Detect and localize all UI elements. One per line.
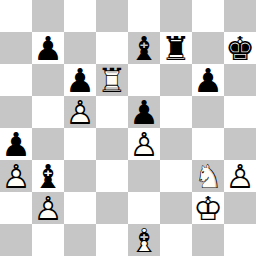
square-a8[interactable]	[0, 0, 32, 32]
piece-white-pawn-c5[interactable]: ♙	[64, 96, 96, 128]
piece-black-rook-f7[interactable]: ♜	[160, 32, 192, 64]
white-pawn-a3-body: ♟	[0, 160, 32, 192]
square-f7[interactable]: ♜	[160, 32, 192, 64]
white-pawn-h3-body: ♟	[224, 160, 256, 192]
square-c1[interactable]	[64, 224, 96, 256]
square-a3[interactable]: ♟♙	[0, 160, 32, 192]
square-e2[interactable]	[128, 192, 160, 224]
square-d3[interactable]	[96, 160, 128, 192]
square-b7[interactable]: ♟	[32, 32, 64, 64]
square-h5[interactable]	[224, 96, 256, 128]
square-g3[interactable]: ♞♘	[192, 160, 224, 192]
white-pawn-b2-body: ♟	[32, 192, 64, 224]
square-b6[interactable]	[32, 64, 64, 96]
square-a4[interactable]: ♟	[0, 128, 32, 160]
square-e7[interactable]: ♝	[128, 32, 160, 64]
piece-white-rook-d6[interactable]: ♖	[96, 64, 128, 96]
piece-white-pawn-h3[interactable]: ♙	[224, 160, 256, 192]
square-d6[interactable]: ♜♖	[96, 64, 128, 96]
square-g1[interactable]	[192, 224, 224, 256]
square-f8[interactable]	[160, 0, 192, 32]
white-pawn-e4-body: ♟	[128, 128, 160, 160]
square-h8[interactable]	[224, 0, 256, 32]
piece-black-pawn-c6[interactable]: ♟	[64, 64, 96, 96]
square-f6[interactable]	[160, 64, 192, 96]
white-king-g2-body: ♚	[192, 192, 224, 224]
square-e8[interactable]	[128, 0, 160, 32]
square-c5[interactable]: ♟♙	[64, 96, 96, 128]
square-e6[interactable]	[128, 64, 160, 96]
square-g5[interactable]	[192, 96, 224, 128]
square-b4[interactable]	[32, 128, 64, 160]
white-rook-d6-body: ♜	[96, 64, 128, 96]
square-a6[interactable]	[0, 64, 32, 96]
square-f4[interactable]	[160, 128, 192, 160]
square-g8[interactable]	[192, 0, 224, 32]
square-c2[interactable]	[64, 192, 96, 224]
square-e4[interactable]: ♟♙	[128, 128, 160, 160]
square-b8[interactable]	[32, 0, 64, 32]
white-knight-g3-body: ♞	[192, 160, 224, 192]
piece-black-pawn-a4[interactable]: ♟	[0, 128, 32, 160]
square-e5[interactable]: ♟	[128, 96, 160, 128]
square-d7[interactable]	[96, 32, 128, 64]
square-f3[interactable]	[160, 160, 192, 192]
square-e3[interactable]	[128, 160, 160, 192]
square-g6[interactable]: ♟	[192, 64, 224, 96]
square-h4[interactable]	[224, 128, 256, 160]
square-a1[interactable]	[0, 224, 32, 256]
piece-black-king-h7[interactable]: ♚	[224, 32, 256, 64]
white-bishop-e1-body: ♝	[128, 224, 160, 256]
square-b5[interactable]	[32, 96, 64, 128]
square-h1[interactable]	[224, 224, 256, 256]
square-f5[interactable]	[160, 96, 192, 128]
square-a2[interactable]	[0, 192, 32, 224]
piece-white-bishop-e1[interactable]: ♗	[128, 224, 160, 256]
square-d5[interactable]	[96, 96, 128, 128]
square-f1[interactable]	[160, 224, 192, 256]
square-c8[interactable]	[64, 0, 96, 32]
square-b3[interactable]: ♝	[32, 160, 64, 192]
square-a7[interactable]	[0, 32, 32, 64]
piece-white-king-g2[interactable]: ♔	[192, 192, 224, 224]
chessboard: ♟♝♜♚♟♜♖♟♟♙♟♟♟♙♟♙♝♞♘♟♙♟♙♚♔♝♗	[0, 0, 256, 256]
square-d8[interactable]	[96, 0, 128, 32]
square-g2[interactable]: ♚♔	[192, 192, 224, 224]
square-b1[interactable]	[32, 224, 64, 256]
piece-white-knight-g3[interactable]: ♘	[192, 160, 224, 192]
square-b2[interactable]: ♟♙	[32, 192, 64, 224]
square-d1[interactable]	[96, 224, 128, 256]
white-pawn-c5-body: ♟	[64, 96, 96, 128]
square-g7[interactable]	[192, 32, 224, 64]
square-f2[interactable]	[160, 192, 192, 224]
piece-white-pawn-b2[interactable]: ♙	[32, 192, 64, 224]
square-c6[interactable]: ♟	[64, 64, 96, 96]
piece-white-pawn-a3[interactable]: ♙	[0, 160, 32, 192]
square-h7[interactable]: ♚	[224, 32, 256, 64]
square-d4[interactable]	[96, 128, 128, 160]
piece-white-pawn-e4[interactable]: ♙	[128, 128, 160, 160]
square-h3[interactable]: ♟♙	[224, 160, 256, 192]
square-a5[interactable]	[0, 96, 32, 128]
square-c3[interactable]	[64, 160, 96, 192]
piece-black-pawn-e5[interactable]: ♟	[128, 96, 160, 128]
square-d2[interactable]	[96, 192, 128, 224]
square-h6[interactable]	[224, 64, 256, 96]
square-c7[interactable]	[64, 32, 96, 64]
square-h2[interactable]	[224, 192, 256, 224]
piece-black-bishop-e7[interactable]: ♝	[128, 32, 160, 64]
piece-black-pawn-b7[interactable]: ♟	[32, 32, 64, 64]
square-c4[interactable]	[64, 128, 96, 160]
square-g4[interactable]	[192, 128, 224, 160]
square-e1[interactable]: ♝♗	[128, 224, 160, 256]
piece-black-pawn-g6[interactable]: ♟	[192, 64, 224, 96]
piece-black-bishop-b3[interactable]: ♝	[32, 160, 64, 192]
